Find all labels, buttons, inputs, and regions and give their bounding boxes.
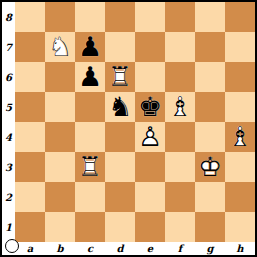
square-d6[interactable]: ♜♖ bbox=[105, 62, 135, 92]
square-h4[interactable]: ♝♗ bbox=[225, 122, 255, 152]
square-d7[interactable] bbox=[105, 32, 135, 62]
square-f7[interactable] bbox=[165, 32, 195, 62]
square-h8[interactable] bbox=[225, 2, 255, 32]
square-a6[interactable] bbox=[15, 62, 45, 92]
square-h6[interactable] bbox=[225, 62, 255, 92]
rank-label-4: 4 bbox=[2, 122, 15, 152]
square-h2[interactable] bbox=[225, 182, 255, 212]
square-g7[interactable] bbox=[195, 32, 225, 62]
square-g2[interactable] bbox=[195, 182, 225, 212]
square-d8[interactable] bbox=[105, 2, 135, 32]
square-b6[interactable] bbox=[45, 62, 75, 92]
square-g3[interactable]: ♚♔ bbox=[195, 152, 225, 182]
square-h5[interactable] bbox=[225, 92, 255, 122]
file-label-a: a bbox=[15, 242, 45, 255]
square-d1[interactable] bbox=[105, 212, 135, 242]
square-a2[interactable] bbox=[15, 182, 45, 212]
white-b-fill: ♝ bbox=[225, 122, 255, 152]
chess-diagram: 87654321 ♞♘♟♟♜♖♞♚♝♗♟♙♝♗♜♖♚♔ abcdefgh bbox=[0, 0, 257, 257]
square-b8[interactable] bbox=[45, 2, 75, 32]
square-b7[interactable]: ♞♘ bbox=[45, 32, 75, 62]
square-f4[interactable] bbox=[165, 122, 195, 152]
piece-black-k-e5[interactable]: ♚ bbox=[135, 92, 165, 122]
square-d3[interactable] bbox=[105, 152, 135, 182]
file-label-c: c bbox=[75, 242, 105, 255]
white-k-fill: ♚ bbox=[195, 152, 225, 182]
piece-white-b-f5[interactable]: ♗ bbox=[165, 92, 195, 122]
square-b5[interactable] bbox=[45, 92, 75, 122]
piece-white-b-h4[interactable]: ♗ bbox=[225, 122, 255, 152]
square-e4[interactable]: ♟♙ bbox=[135, 122, 165, 152]
rank-label-3: 3 bbox=[2, 152, 15, 182]
rank-label-5: 5 bbox=[2, 92, 15, 122]
square-f2[interactable] bbox=[165, 182, 195, 212]
file-label-b: b bbox=[45, 242, 75, 255]
piece-black-p-c6[interactable]: ♟ bbox=[75, 62, 105, 92]
square-a7[interactable] bbox=[15, 32, 45, 62]
white-r-fill: ♜ bbox=[105, 62, 135, 92]
white-n-fill: ♞ bbox=[45, 32, 75, 62]
square-d4[interactable] bbox=[105, 122, 135, 152]
square-b3[interactable] bbox=[45, 152, 75, 182]
square-f3[interactable] bbox=[165, 152, 195, 182]
square-d2[interactable] bbox=[105, 182, 135, 212]
square-f6[interactable] bbox=[165, 62, 195, 92]
piece-white-r-c3[interactable]: ♖ bbox=[75, 152, 105, 182]
square-d5[interactable]: ♞ bbox=[105, 92, 135, 122]
square-e5[interactable]: ♚ bbox=[135, 92, 165, 122]
file-label-f: f bbox=[165, 242, 195, 255]
file-label-d: d bbox=[105, 242, 135, 255]
square-e1[interactable] bbox=[135, 212, 165, 242]
square-b2[interactable] bbox=[45, 182, 75, 212]
square-e6[interactable] bbox=[135, 62, 165, 92]
rank-labels: 87654321 bbox=[2, 2, 15, 242]
file-label-h: h bbox=[225, 242, 255, 255]
piece-white-r-d6[interactable]: ♖ bbox=[105, 62, 135, 92]
white-b-fill: ♝ bbox=[165, 92, 195, 122]
file-label-e: e bbox=[135, 242, 165, 255]
square-a8[interactable] bbox=[15, 2, 45, 32]
rank-label-1: 1 bbox=[2, 212, 15, 242]
square-f1[interactable] bbox=[165, 212, 195, 242]
square-c3[interactable]: ♜♖ bbox=[75, 152, 105, 182]
square-h3[interactable] bbox=[225, 152, 255, 182]
piece-white-p-e4[interactable]: ♙ bbox=[135, 122, 165, 152]
piece-white-k-g3[interactable]: ♔ bbox=[195, 152, 225, 182]
square-c6[interactable]: ♟ bbox=[75, 62, 105, 92]
square-g1[interactable] bbox=[195, 212, 225, 242]
square-e2[interactable] bbox=[135, 182, 165, 212]
square-c7[interactable]: ♟ bbox=[75, 32, 105, 62]
square-c1[interactable] bbox=[75, 212, 105, 242]
square-g6[interactable] bbox=[195, 62, 225, 92]
square-g8[interactable] bbox=[195, 2, 225, 32]
rank-label-7: 7 bbox=[2, 32, 15, 62]
piece-white-n-b7[interactable]: ♘ bbox=[45, 32, 75, 62]
square-c4[interactable] bbox=[75, 122, 105, 152]
square-f5[interactable]: ♝♗ bbox=[165, 92, 195, 122]
square-a4[interactable] bbox=[15, 122, 45, 152]
piece-black-p-c7[interactable]: ♟ bbox=[75, 32, 105, 62]
rank-label-2: 2 bbox=[2, 182, 15, 212]
square-c8[interactable] bbox=[75, 2, 105, 32]
square-g4[interactable] bbox=[195, 122, 225, 152]
square-g5[interactable] bbox=[195, 92, 225, 122]
white-p-fill: ♟ bbox=[135, 122, 165, 152]
square-c5[interactable] bbox=[75, 92, 105, 122]
file-label-g: g bbox=[195, 242, 225, 255]
square-f8[interactable] bbox=[165, 2, 195, 32]
chess-board: ♞♘♟♟♜♖♞♚♝♗♟♙♝♗♜♖♚♔ bbox=[15, 2, 255, 242]
square-h7[interactable] bbox=[225, 32, 255, 62]
square-a5[interactable] bbox=[15, 92, 45, 122]
square-b4[interactable] bbox=[45, 122, 75, 152]
square-a3[interactable] bbox=[15, 152, 45, 182]
square-a1[interactable] bbox=[15, 212, 45, 242]
square-b1[interactable] bbox=[45, 212, 75, 242]
diagram-layout: 87654321 ♞♘♟♟♜♖♞♚♝♗♟♙♝♗♜♖♚♔ abcdefgh bbox=[2, 2, 255, 255]
square-e7[interactable] bbox=[135, 32, 165, 62]
rank-label-6: 6 bbox=[2, 62, 15, 92]
square-e8[interactable] bbox=[135, 2, 165, 32]
file-labels: abcdefgh bbox=[15, 242, 255, 255]
square-c2[interactable] bbox=[75, 182, 105, 212]
white-to-move-indicator bbox=[5, 239, 19, 253]
square-e3[interactable] bbox=[135, 152, 165, 182]
square-h1[interactable] bbox=[225, 212, 255, 242]
white-r-fill: ♜ bbox=[75, 152, 105, 182]
rank-label-8: 8 bbox=[2, 2, 15, 32]
piece-black-n-d5[interactable]: ♞ bbox=[105, 92, 135, 122]
